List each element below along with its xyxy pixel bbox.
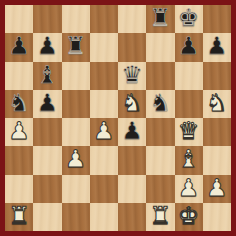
piece-black-king[interactable]: ♚ xyxy=(178,6,200,30)
piece-white-king[interactable]: ♚ xyxy=(178,204,200,228)
square-f5[interactable]: ♞ xyxy=(146,90,174,118)
square-b4[interactable] xyxy=(33,118,61,146)
square-h1[interactable] xyxy=(203,203,231,231)
square-b3[interactable] xyxy=(33,146,61,174)
piece-white-knight[interactable]: ♞ xyxy=(121,91,143,115)
square-a8[interactable] xyxy=(5,5,33,33)
piece-black-pawn[interactable]: ♟ xyxy=(206,34,228,58)
square-f2[interactable] xyxy=(146,175,174,203)
piece-white-pawn[interactable]: ♟ xyxy=(8,119,30,143)
square-d3[interactable] xyxy=(90,146,118,174)
square-g3[interactable]: ♝ xyxy=(175,146,203,174)
piece-white-queen[interactable]: ♛ xyxy=(178,119,200,143)
square-g2[interactable]: ♟ xyxy=(175,175,203,203)
square-b2[interactable] xyxy=(33,175,61,203)
square-f6[interactable] xyxy=(146,62,174,90)
piece-black-queen[interactable]: ♛ xyxy=(121,63,143,87)
piece-white-rook[interactable]: ♜ xyxy=(150,204,172,228)
square-e1[interactable] xyxy=(118,203,146,231)
piece-black-pawn[interactable]: ♟ xyxy=(37,34,59,58)
square-a1[interactable]: ♜ xyxy=(5,203,33,231)
square-e6[interactable]: ♛ xyxy=(118,62,146,90)
square-a2[interactable] xyxy=(5,175,33,203)
square-a3[interactable] xyxy=(5,146,33,174)
square-g7[interactable]: ♟ xyxy=(175,33,203,61)
square-a5[interactable]: ♞ xyxy=(5,90,33,118)
square-h3[interactable] xyxy=(203,146,231,174)
square-f3[interactable] xyxy=(146,146,174,174)
square-f7[interactable] xyxy=(146,33,174,61)
square-d7[interactable] xyxy=(90,33,118,61)
square-e8[interactable] xyxy=(118,5,146,33)
square-f1[interactable]: ♜ xyxy=(146,203,174,231)
piece-white-pawn[interactable]: ♟ xyxy=(93,119,115,143)
square-e4[interactable]: ♟ xyxy=(118,118,146,146)
piece-black-pawn[interactable]: ♟ xyxy=(8,34,30,58)
square-h5[interactable]: ♞ xyxy=(203,90,231,118)
piece-black-rook[interactable]: ♜ xyxy=(150,6,172,30)
square-e7[interactable] xyxy=(118,33,146,61)
square-g6[interactable] xyxy=(175,62,203,90)
square-b1[interactable] xyxy=(33,203,61,231)
square-c7[interactable]: ♜ xyxy=(62,33,90,61)
square-c1[interactable] xyxy=(62,203,90,231)
square-d2[interactable] xyxy=(90,175,118,203)
square-h4[interactable] xyxy=(203,118,231,146)
square-f8[interactable]: ♜ xyxy=(146,5,174,33)
chess-board: ♜♚♟♟♜♟♟♝♛♞♟♞♞♞♟♟♟♛♟♝♟♟♜♜♚ xyxy=(5,5,231,231)
square-b7[interactable]: ♟ xyxy=(33,33,61,61)
piece-black-pawn[interactable]: ♟ xyxy=(37,91,59,115)
square-c3[interactable]: ♟ xyxy=(62,146,90,174)
square-e3[interactable] xyxy=(118,146,146,174)
piece-black-pawn[interactable]: ♟ xyxy=(121,119,143,143)
square-h2[interactable]: ♟ xyxy=(203,175,231,203)
chess-board-frame: ♜♚♟♟♜♟♟♝♛♞♟♞♞♞♟♟♟♛♟♝♟♟♜♜♚ xyxy=(0,0,236,236)
square-a4[interactable]: ♟ xyxy=(5,118,33,146)
square-b5[interactable]: ♟ xyxy=(33,90,61,118)
piece-black-bishop[interactable]: ♝ xyxy=(37,63,59,87)
square-c5[interactable] xyxy=(62,90,90,118)
piece-black-knight[interactable]: ♞ xyxy=(150,91,172,115)
square-h8[interactable] xyxy=(203,5,231,33)
piece-white-knight[interactable]: ♞ xyxy=(206,91,228,115)
square-c2[interactable] xyxy=(62,175,90,203)
square-e5[interactable]: ♞ xyxy=(118,90,146,118)
square-c6[interactable] xyxy=(62,62,90,90)
square-g8[interactable]: ♚ xyxy=(175,5,203,33)
square-h6[interactable] xyxy=(203,62,231,90)
square-h7[interactable]: ♟ xyxy=(203,33,231,61)
square-e2[interactable] xyxy=(118,175,146,203)
piece-white-rook[interactable]: ♜ xyxy=(8,204,30,228)
piece-black-rook[interactable]: ♜ xyxy=(65,34,87,58)
square-d4[interactable]: ♟ xyxy=(90,118,118,146)
square-g4[interactable]: ♛ xyxy=(175,118,203,146)
square-b8[interactable] xyxy=(33,5,61,33)
square-a6[interactable] xyxy=(5,62,33,90)
piece-white-bishop[interactable]: ♝ xyxy=(178,147,200,171)
square-d8[interactable] xyxy=(90,5,118,33)
piece-white-pawn[interactable]: ♟ xyxy=(206,176,228,200)
piece-white-pawn[interactable]: ♟ xyxy=(178,176,200,200)
square-b6[interactable]: ♝ xyxy=(33,62,61,90)
square-g5[interactable] xyxy=(175,90,203,118)
square-a7[interactable]: ♟ xyxy=(5,33,33,61)
piece-white-pawn[interactable]: ♟ xyxy=(65,147,87,171)
square-g1[interactable]: ♚ xyxy=(175,203,203,231)
square-d6[interactable] xyxy=(90,62,118,90)
piece-black-knight[interactable]: ♞ xyxy=(8,91,30,115)
square-c4[interactable] xyxy=(62,118,90,146)
square-c8[interactable] xyxy=(62,5,90,33)
piece-black-pawn[interactable]: ♟ xyxy=(178,34,200,58)
square-f4[interactable] xyxy=(146,118,174,146)
square-d5[interactable] xyxy=(90,90,118,118)
square-d1[interactable] xyxy=(90,203,118,231)
